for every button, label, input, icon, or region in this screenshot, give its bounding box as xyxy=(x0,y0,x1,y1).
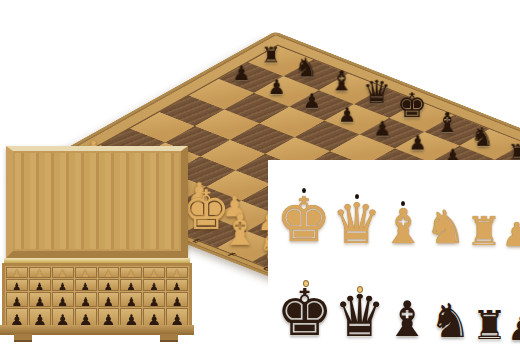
dark-stored-piece-icon: ♟ xyxy=(103,296,114,307)
black-pawn-icon: ♟ xyxy=(507,313,520,344)
black-knight-icon: ♞ xyxy=(429,299,471,344)
box-compartment: ♟ xyxy=(143,279,165,291)
black-queen-icon: ♛ xyxy=(333,289,385,344)
dark-stored-piece-icon: ♟ xyxy=(150,282,159,291)
box-compartment: ♟ xyxy=(143,292,165,307)
lineup-piece-black-king: ♚ xyxy=(276,283,333,344)
box-lid-panel xyxy=(15,153,179,249)
light-finial-icon xyxy=(303,280,309,287)
lineup-piece-white-bishop: ♝ xyxy=(382,204,425,250)
storage-box: ♟♟♟♟♟♟♟♟♟♟♟♟♟♟♟♟♟♟♟♟♟♟♟♟♟♟♟♟♟♟♟♟ xyxy=(0,146,196,340)
box-compartment: ♟ xyxy=(75,279,97,291)
piece-lineup-panel: ♚♛♝♞♜♟ ♚♛♝♞♜♟ xyxy=(268,160,520,346)
box-compartment: ♟ xyxy=(98,279,120,291)
dark-stored-piece-icon: ♟ xyxy=(127,282,136,291)
dark-stored-piece-icon: ♟ xyxy=(35,282,44,291)
black-rook-icon: ♜ xyxy=(248,45,294,67)
lineup-piece-black-rook: ♜ xyxy=(471,306,507,344)
lineup-piece-white-king: ♚ xyxy=(276,191,332,250)
lineup-piece-white-queen: ♛ xyxy=(332,197,382,250)
box-compartment: ♟ xyxy=(166,267,188,278)
box-tray: ♟♟♟♟♟♟♟♟♟♟♟♟♟♟♟♟♟♟♟♟♟♟♟♟♟♟♟♟♟♟♟♟ xyxy=(2,263,192,325)
dark-finial-icon xyxy=(302,188,306,193)
dark-stored-piece-icon: ♟ xyxy=(126,296,137,307)
box-compartment: ♟ xyxy=(29,267,51,278)
lineup-piece-black-knight: ♞ xyxy=(429,299,471,344)
light-stored-piece-icon: ♟ xyxy=(81,269,90,278)
white-rook-icon: ♜ xyxy=(466,212,502,250)
dark-stored-piece-icon: ♟ xyxy=(57,296,68,307)
box-compartment: ♟ xyxy=(52,267,74,278)
black-king-icon: ♚ xyxy=(276,283,333,344)
box-compartment: ♟ xyxy=(166,279,188,291)
box-compartment: ♟ xyxy=(166,292,188,307)
white-knight-icon: ♞ xyxy=(425,206,466,250)
dark-stored-piece-icon: ♟ xyxy=(172,296,183,307)
lineup-piece-white-knight: ♞ xyxy=(425,206,466,250)
light-stored-piece-icon: ♟ xyxy=(127,269,136,278)
dark-stored-piece-icon: ♟ xyxy=(81,282,90,291)
lineup-piece-white-rook: ♜ xyxy=(466,212,502,250)
box-compartment: ♟ xyxy=(75,292,97,307)
light-stored-piece-icon: ♟ xyxy=(150,269,159,278)
white-king-icon: ♚ xyxy=(276,191,332,250)
black-rook-icon: ♜ xyxy=(471,306,507,344)
dark-stored-piece-icon: ♟ xyxy=(12,296,23,307)
light-stored-piece-icon: ♟ xyxy=(173,269,182,278)
light-stored-piece-icon: ♟ xyxy=(104,269,113,278)
white-bishop-icon: ♝ xyxy=(382,204,425,250)
lineup-piece-black-queen: ♛ xyxy=(333,289,385,344)
dark-stored-piece-icon: ♟ xyxy=(80,296,91,307)
black-bishop-icon: ♝ xyxy=(385,297,429,344)
dark-finial-icon xyxy=(355,194,359,199)
box-foot-left xyxy=(14,334,32,342)
white-pawn-icon: ♟ xyxy=(502,219,520,250)
white-queen-icon: ♛ xyxy=(332,197,382,250)
product-photo-canvas: ♜♞♝♛♚♝♞♜♟♟♟♟♟♟♟♟♟♟♟♟♟♟♟♟♜♞♝♛♚♝♞♜ ABCDEFG… xyxy=(0,0,520,346)
box-compartment: ♟ xyxy=(75,267,97,278)
box-compartment: ♟ xyxy=(29,292,51,307)
box-compartment: ♟ xyxy=(29,279,51,291)
light-stored-piece-icon: ♟ xyxy=(12,269,21,278)
box-compartment: ♟ xyxy=(120,267,142,278)
dark-stored-piece-icon: ♟ xyxy=(58,282,67,291)
box-compartment: ♟ xyxy=(52,292,74,307)
box-compartment: ♟ xyxy=(120,279,142,291)
dark-stored-piece-icon: ♟ xyxy=(173,282,182,291)
box-foot-right xyxy=(160,334,178,342)
lineup-row-light: ♚♛♝♞♜♟ xyxy=(268,160,520,250)
light-stored-piece-icon: ♟ xyxy=(35,269,44,278)
box-compartment: ♟ xyxy=(6,279,28,291)
light-stored-piece-icon: ♟ xyxy=(58,269,67,278)
lineup-piece-white-pawn: ♟ xyxy=(502,219,520,250)
lineup-piece-black-pawn: ♟ xyxy=(507,313,520,344)
dark-stored-piece-icon: ♟ xyxy=(104,282,113,291)
dark-stored-piece-icon: ♟ xyxy=(149,296,160,307)
box-compartment: ♟ xyxy=(6,292,28,307)
box-lid xyxy=(6,146,188,258)
lineup-piece-black-bishop: ♝ xyxy=(385,297,429,344)
box-compartment: ♟ xyxy=(143,267,165,278)
black-pawn-icon: ♟ xyxy=(218,63,264,83)
dark-stored-piece-icon: ♟ xyxy=(34,296,45,307)
box-compartment: ♟ xyxy=(120,292,142,307)
box-compartment: ♟ xyxy=(52,279,74,291)
box-compartment: ♟ xyxy=(98,267,120,278)
box-compartment: ♟ xyxy=(98,292,120,307)
box-compartment: ♟ xyxy=(6,267,28,278)
dark-stored-piece-icon: ♟ xyxy=(12,282,21,291)
lineup-row-dark: ♚♛♝♞♜♟ xyxy=(268,252,520,344)
